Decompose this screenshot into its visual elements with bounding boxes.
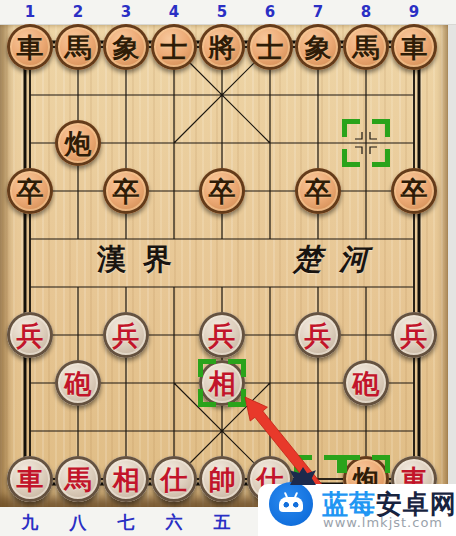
xiangqi-board-screenshot: 123456789 九八七六五四三二一 漢界 楚河 車馬象士將士象馬車炮卒卒卒卒… [0,0,456,536]
file-label-top-1: 1 [20,3,40,21]
piece-black-馬-c8r1[interactable]: 馬 [343,24,389,70]
top-coordinate-strip: 123456789 [0,0,456,25]
android-face-icon [279,497,303,512]
watermark-logo-icon [269,482,313,526]
piece-red-兵-c3r7[interactable]: 兵 [103,312,149,358]
file-label-top-2: 2 [68,3,88,21]
piece-black-象-c7r1[interactable]: 象 [295,24,341,70]
file-label-top-5: 5 [212,3,232,21]
piece-black-卒-c7r4[interactable]: 卒 [295,168,341,214]
piece-black-將-c5r1[interactable]: 將 [199,24,245,70]
file-label-bottom-3: 七 [116,511,136,534]
piece-red-車-c1r10[interactable]: 車 [7,456,53,502]
piece-black-卒-c1r4[interactable]: 卒 [7,168,53,214]
piece-red-砲-c2r8[interactable]: 砲 [55,360,101,406]
piece-black-卒-c5r4[interactable]: 卒 [199,168,245,214]
file-label-top-8: 8 [356,3,376,21]
piece-black-卒-c3r4[interactable]: 卒 [103,168,149,214]
river-label-hanjie: 漢界 [97,240,189,280]
piece-black-象-c3r1[interactable]: 象 [103,24,149,70]
piece-black-車-c9r1[interactable]: 車 [391,24,437,70]
file-label-bottom-1: 九 [20,511,40,534]
piece-black-士-c4r1[interactable]: 士 [151,24,197,70]
river-label-chuhe: 楚河 [293,240,385,280]
piece-red-兵-c1r7[interactable]: 兵 [7,312,53,358]
piece-red-仕-c4r10[interactable]: 仕 [151,456,197,502]
file-label-top-6: 6 [260,3,280,21]
piece-red-兵-c9r7[interactable]: 兵 [391,312,437,358]
watermark-url: www.lmkjst.com [323,515,443,530]
piece-red-砲-c8r8[interactable]: 砲 [343,360,389,406]
piece-red-帥-c5r10[interactable]: 帥 [199,456,245,502]
piece-black-馬-c2r1[interactable]: 馬 [55,24,101,70]
file-label-top-3: 3 [116,3,136,21]
piece-red-兵-c7r7[interactable]: 兵 [295,312,341,358]
piece-black-卒-c9r4[interactable]: 卒 [391,168,437,214]
piece-red-相-c5r8[interactable]: 相 [199,360,245,406]
file-label-top-9: 9 [404,3,424,21]
piece-black-車-c1r1[interactable]: 車 [7,24,53,70]
file-label-bottom-4: 六 [164,511,184,534]
file-label-bottom-2: 八 [68,511,88,534]
file-label-top-4: 4 [164,3,184,21]
piece-red-兵-c5r7[interactable]: 兵 [199,312,245,358]
file-label-bottom-5: 五 [212,511,232,534]
watermark-panel: 蓝莓安卓网 www.lmkjst.com [258,484,456,536]
piece-black-士-c6r1[interactable]: 士 [247,24,293,70]
piece-black-炮-c2r3[interactable]: 炮 [55,120,101,166]
piece-red-馬-c2r10[interactable]: 馬 [55,456,101,502]
piece-red-相-c3r10[interactable]: 相 [103,456,149,502]
file-label-top-7: 7 [308,3,328,21]
